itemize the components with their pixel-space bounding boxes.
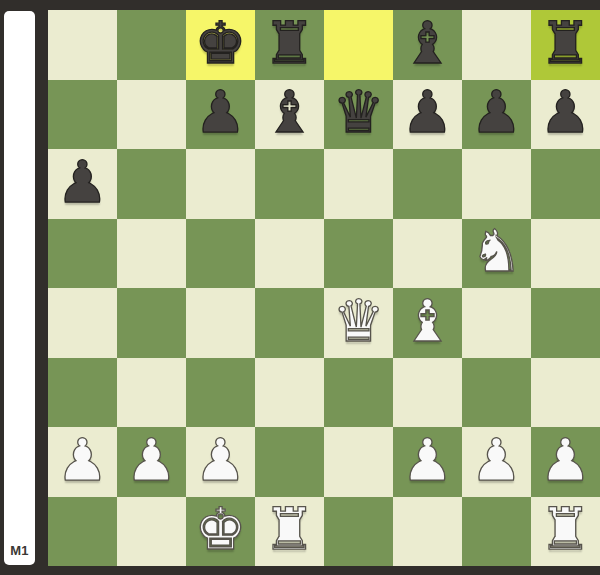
square-e6[interactable] — [324, 149, 393, 219]
square-c2[interactable]: ♟ — [186, 427, 255, 497]
black-king[interactable]: ♚ — [195, 14, 247, 72]
white-pawn[interactable]: ♟ — [195, 431, 247, 489]
square-f3[interactable] — [393, 358, 462, 428]
square-e2[interactable] — [324, 427, 393, 497]
square-h6[interactable] — [531, 149, 600, 219]
white-knight[interactable]: ♞ — [471, 222, 523, 280]
square-h2[interactable]: ♟ — [531, 427, 600, 497]
square-g2[interactable]: ♟ — [462, 427, 531, 497]
square-b7[interactable] — [117, 80, 186, 150]
square-d2[interactable] — [255, 427, 324, 497]
square-g7[interactable]: ♟ — [462, 80, 531, 150]
square-a8[interactable] — [48, 10, 117, 80]
square-g4[interactable] — [462, 288, 531, 358]
square-e4[interactable]: ♛ — [324, 288, 393, 358]
square-b5[interactable] — [117, 219, 186, 289]
black-rook[interactable]: ♜ — [540, 14, 592, 72]
square-h3[interactable] — [531, 358, 600, 428]
square-a3[interactable] — [48, 358, 117, 428]
square-e1[interactable] — [324, 497, 393, 567]
black-bishop[interactable]: ♝ — [402, 14, 454, 72]
square-g8[interactable] — [462, 10, 531, 80]
square-f8[interactable]: ♝ — [393, 10, 462, 80]
square-f2[interactable]: ♟ — [393, 427, 462, 497]
square-c3[interactable] — [186, 358, 255, 428]
square-g5[interactable]: ♞ — [462, 219, 531, 289]
square-d6[interactable] — [255, 149, 324, 219]
square-d8[interactable]: ♜ — [255, 10, 324, 80]
square-g1[interactable] — [462, 497, 531, 567]
evaluation-bar: M1 — [4, 11, 35, 565]
white-pawn[interactable]: ♟ — [57, 431, 109, 489]
square-b2[interactable]: ♟ — [117, 427, 186, 497]
square-f1[interactable] — [393, 497, 462, 567]
eval-bar-label: M1 — [10, 543, 28, 558]
square-b8[interactable] — [117, 10, 186, 80]
square-c6[interactable] — [186, 149, 255, 219]
white-rook[interactable]: ♜ — [264, 500, 316, 558]
square-c5[interactable] — [186, 219, 255, 289]
square-d5[interactable] — [255, 219, 324, 289]
square-c7[interactable]: ♟ — [186, 80, 255, 150]
white-bishop[interactable]: ♝ — [402, 292, 454, 350]
square-a5[interactable] — [48, 219, 117, 289]
square-c1[interactable]: ♚ — [186, 497, 255, 567]
white-king[interactable]: ♚ — [195, 500, 247, 558]
black-pawn[interactable]: ♟ — [195, 83, 247, 141]
square-c8[interactable]: ♚ — [186, 10, 255, 80]
square-a7[interactable] — [48, 80, 117, 150]
square-h1[interactable]: ♜ — [531, 497, 600, 567]
square-h7[interactable]: ♟ — [531, 80, 600, 150]
square-e5[interactable] — [324, 219, 393, 289]
square-d1[interactable]: ♜ — [255, 497, 324, 567]
square-d4[interactable] — [255, 288, 324, 358]
analysis-view: M1 ♚♜♝♜♟♝♛♟♟♟♟♞♛♝♟♟♟♟♟♟♚♜♜ — [0, 0, 600, 575]
square-h4[interactable] — [531, 288, 600, 358]
square-e8[interactable] — [324, 10, 393, 80]
square-b3[interactable] — [117, 358, 186, 428]
black-pawn[interactable]: ♟ — [402, 83, 454, 141]
square-f7[interactable]: ♟ — [393, 80, 462, 150]
square-b4[interactable] — [117, 288, 186, 358]
white-pawn[interactable]: ♟ — [126, 431, 178, 489]
square-a1[interactable] — [48, 497, 117, 567]
black-pawn[interactable]: ♟ — [57, 153, 109, 211]
square-c4[interactable] — [186, 288, 255, 358]
square-b1[interactable] — [117, 497, 186, 567]
square-h5[interactable] — [531, 219, 600, 289]
square-b6[interactable] — [117, 149, 186, 219]
square-a2[interactable]: ♟ — [48, 427, 117, 497]
black-rook[interactable]: ♜ — [264, 14, 316, 72]
square-h8[interactable]: ♜ — [531, 10, 600, 80]
white-pawn[interactable]: ♟ — [471, 431, 523, 489]
black-pawn[interactable]: ♟ — [540, 83, 592, 141]
square-d3[interactable] — [255, 358, 324, 428]
white-queen[interactable]: ♛ — [333, 292, 385, 350]
black-queen[interactable]: ♛ — [333, 83, 385, 141]
square-f6[interactable] — [393, 149, 462, 219]
square-d7[interactable]: ♝ — [255, 80, 324, 150]
white-pawn[interactable]: ♟ — [402, 431, 454, 489]
black-pawn[interactable]: ♟ — [471, 83, 523, 141]
square-f5[interactable] — [393, 219, 462, 289]
white-rook[interactable]: ♜ — [540, 500, 592, 558]
square-a4[interactable] — [48, 288, 117, 358]
square-g6[interactable] — [462, 149, 531, 219]
square-e3[interactable] — [324, 358, 393, 428]
chess-board: ♚♜♝♜♟♝♛♟♟♟♟♞♛♝♟♟♟♟♟♟♚♜♜ — [48, 10, 600, 566]
square-a6[interactable]: ♟ — [48, 149, 117, 219]
square-g3[interactable] — [462, 358, 531, 428]
square-f4[interactable]: ♝ — [393, 288, 462, 358]
white-pawn[interactable]: ♟ — [540, 431, 592, 489]
black-bishop[interactable]: ♝ — [264, 83, 316, 141]
square-e7[interactable]: ♛ — [324, 80, 393, 150]
